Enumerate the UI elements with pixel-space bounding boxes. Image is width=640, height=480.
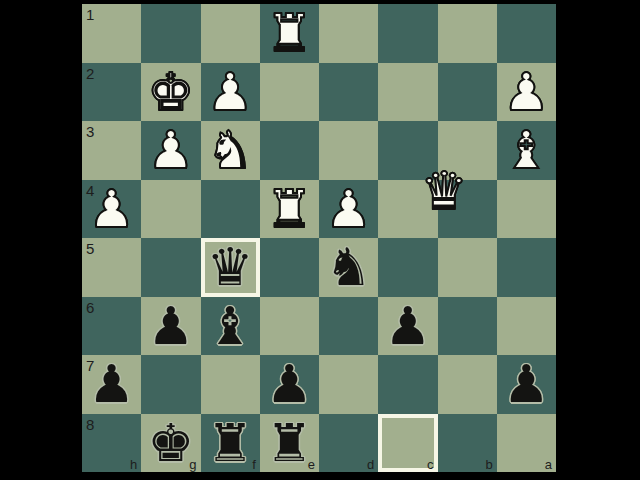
- black-pawn-piece[interactable]: ♟: [497, 355, 556, 414]
- white-pawn-piece[interactable]: ♟: [141, 121, 200, 180]
- square-a1[interactable]: [497, 4, 556, 63]
- white-pawn-piece[interactable]: ♟: [319, 180, 378, 239]
- square-h1[interactable]: 1: [82, 4, 141, 63]
- white-bishop-piece[interactable]: ♝: [497, 121, 556, 180]
- square-a7[interactable]: ♟: [497, 355, 556, 414]
- square-f7[interactable]: [201, 355, 260, 414]
- white-queen-piece[interactable]: ♛: [415, 162, 474, 221]
- square-d6[interactable]: [319, 297, 378, 356]
- rank-label-1: 1: [86, 6, 94, 23]
- square-a6[interactable]: [497, 297, 556, 356]
- square-f3[interactable]: ♞: [201, 121, 260, 180]
- file-label-c: c: [427, 457, 434, 472]
- file-label-b: b: [486, 457, 493, 472]
- square-f8[interactable]: f♜: [201, 414, 260, 473]
- square-c5[interactable]: [378, 238, 437, 297]
- square-e8[interactable]: e♜: [260, 414, 319, 473]
- square-e5[interactable]: [260, 238, 319, 297]
- black-pawn-piece[interactable]: ♟: [82, 355, 141, 414]
- square-g8[interactable]: g♚: [141, 414, 200, 473]
- file-label-a: a: [545, 457, 552, 472]
- square-f5[interactable]: ♛: [201, 238, 260, 297]
- square-e6[interactable]: [260, 297, 319, 356]
- square-d2[interactable]: [319, 63, 378, 122]
- square-g1[interactable]: [141, 4, 200, 63]
- square-c1[interactable]: [378, 4, 437, 63]
- rank-label-6: 6: [86, 299, 94, 316]
- black-rook-piece[interactable]: ♜: [201, 414, 260, 473]
- square-h3[interactable]: 3: [82, 121, 141, 180]
- square-g3[interactable]: ♟: [141, 121, 200, 180]
- black-rook-piece[interactable]: ♜: [260, 414, 319, 473]
- square-g4[interactable]: [141, 180, 200, 239]
- square-e3[interactable]: [260, 121, 319, 180]
- square-g5[interactable]: [141, 238, 200, 297]
- square-a4[interactable]: [497, 180, 556, 239]
- black-queen-piece[interactable]: ♛: [201, 238, 260, 297]
- square-f4[interactable]: [201, 180, 260, 239]
- square-b1[interactable]: [438, 4, 497, 63]
- white-king-piece[interactable]: ♚: [141, 63, 200, 122]
- rank-label-2: 2: [86, 65, 94, 82]
- white-pawn-piece[interactable]: ♟: [497, 63, 556, 122]
- black-king-piece[interactable]: ♚: [141, 414, 200, 473]
- white-pawn-piece[interactable]: ♟: [82, 180, 141, 239]
- square-a3[interactable]: ♝: [497, 121, 556, 180]
- square-a5[interactable]: [497, 238, 556, 297]
- white-pawn-piece[interactable]: ♟: [201, 63, 260, 122]
- square-h2[interactable]: 2: [82, 63, 141, 122]
- square-b6[interactable]: [438, 297, 497, 356]
- square-c8[interactable]: c: [378, 414, 437, 473]
- square-b7[interactable]: [438, 355, 497, 414]
- square-f1[interactable]: [201, 4, 260, 63]
- square-g2[interactable]: ♚: [141, 63, 200, 122]
- square-a2[interactable]: ♟: [497, 63, 556, 122]
- square-g7[interactable]: [141, 355, 200, 414]
- square-h7[interactable]: 7♟: [82, 355, 141, 414]
- white-knight-piece[interactable]: ♞: [201, 121, 260, 180]
- black-knight-piece[interactable]: ♞: [319, 238, 378, 297]
- black-pawn-piece[interactable]: ♟: [141, 297, 200, 356]
- square-f2[interactable]: ♟: [201, 63, 260, 122]
- square-d4[interactable]: ♟: [319, 180, 378, 239]
- white-rook-piece[interactable]: ♜: [260, 180, 319, 239]
- black-pawn-piece[interactable]: ♟: [260, 355, 319, 414]
- file-label-d: d: [367, 457, 374, 472]
- square-h6[interactable]: 6: [82, 297, 141, 356]
- white-rook-piece[interactable]: ♜: [260, 4, 319, 63]
- square-b8[interactable]: b: [438, 414, 497, 473]
- square-d5[interactable]: ♞: [319, 238, 378, 297]
- square-a8[interactable]: a: [497, 414, 556, 473]
- square-c6[interactable]: ♟: [378, 297, 437, 356]
- square-h4[interactable]: 4♟: [82, 180, 141, 239]
- square-c7[interactable]: [378, 355, 437, 414]
- square-f6[interactable]: ♝: [201, 297, 260, 356]
- square-e7[interactable]: ♟: [260, 355, 319, 414]
- square-d1[interactable]: [319, 4, 378, 63]
- rank-label-8: 8: [86, 416, 94, 433]
- square-d8[interactable]: d: [319, 414, 378, 473]
- square-d3[interactable]: [319, 121, 378, 180]
- square-c2[interactable]: [378, 63, 437, 122]
- app-screen: 1♜2♚♟♟3♟♞♝4♟♜♟♛5♛♞6♟♝♟7♟♟♟8hg♚f♜e♜dcba: [0, 0, 640, 480]
- square-g6[interactable]: ♟: [141, 297, 200, 356]
- rank-label-5: 5: [86, 240, 94, 257]
- square-e1[interactable]: ♜: [260, 4, 319, 63]
- square-b4[interactable]: ♛: [438, 180, 497, 239]
- chess-board: 1♜2♚♟♟3♟♞♝4♟♜♟♛5♛♞6♟♝♟7♟♟♟8hg♚f♜e♜dcba: [82, 4, 556, 472]
- black-pawn-piece[interactable]: ♟: [378, 297, 437, 356]
- black-bishop-piece[interactable]: ♝: [201, 297, 260, 356]
- rank-label-3: 3: [86, 123, 94, 140]
- square-h5[interactable]: 5: [82, 238, 141, 297]
- square-b2[interactable]: [438, 63, 497, 122]
- square-e4[interactable]: ♜: [260, 180, 319, 239]
- square-d7[interactable]: [319, 355, 378, 414]
- file-label-h: h: [130, 457, 137, 472]
- square-e2[interactable]: [260, 63, 319, 122]
- square-h8[interactable]: 8h: [82, 414, 141, 473]
- square-b5[interactable]: [438, 238, 497, 297]
